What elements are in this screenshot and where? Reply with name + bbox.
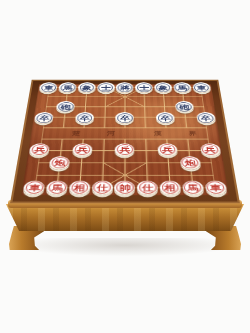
piece-red-車[interactable]: 車	[204, 180, 227, 195]
piece-red-馬[interactable]: 馬	[182, 180, 204, 195]
piece-black-卒[interactable]: 卒	[116, 112, 135, 124]
piece-glyph: 炮	[180, 156, 201, 169]
piece-glyph: 仕	[137, 180, 158, 195]
table-shadow	[14, 238, 236, 256]
piece-red-兵[interactable]: 兵	[72, 143, 92, 156]
piece-glyph: 車	[39, 82, 58, 92]
piece-glyph: 馬	[173, 82, 192, 92]
piece-black-車[interactable]: 車	[192, 82, 211, 92]
piece-black-卒[interactable]: 卒	[75, 112, 94, 124]
piece-glyph: 象	[154, 82, 172, 92]
piece-glyph: 卒	[156, 112, 175, 124]
piece-glyph: 車	[23, 180, 46, 195]
piece-black-卒[interactable]: 卒	[34, 112, 54, 124]
piece-red-仕[interactable]: 仕	[137, 180, 158, 195]
piece-red-帥[interactable]: 帥	[115, 180, 136, 195]
piece-glyph: 兵	[200, 143, 221, 156]
piece-glyph: 相	[159, 180, 181, 195]
piece-red-兵[interactable]: 兵	[157, 143, 177, 156]
piece-black-砲[interactable]: 砲	[175, 101, 194, 112]
piece-glyph: 仕	[92, 180, 113, 195]
piece-glyph: 士	[97, 82, 115, 92]
piece-glyph: 馬	[182, 180, 204, 195]
xiangqi-table-scene: 楚 河 漢 界 車馬象士將士象馬車砲砲卒卒卒卒卒兵兵兵兵兵炮炮車馬相仕帥仕相馬車	[0, 0, 250, 333]
piece-black-將[interactable]: 將	[116, 82, 134, 92]
piece-glyph: 兵	[115, 143, 135, 156]
piece-glyph: 炮	[49, 156, 70, 169]
piece-glyph: 馬	[58, 82, 77, 92]
piece-black-士[interactable]: 士	[135, 82, 153, 92]
piece-glyph: 卒	[196, 112, 216, 124]
piece-glyph: 砲	[175, 101, 194, 112]
xiangqi-board: 楚 河 漢 界 車馬象士將士象馬車砲砲卒卒卒卒卒兵兵兵兵兵炮炮車馬相仕帥仕相馬車	[10, 80, 240, 203]
piece-black-卒[interactable]: 卒	[156, 112, 175, 124]
piece-glyph: 兵	[29, 143, 50, 156]
piece-black-士[interactable]: 士	[97, 82, 115, 92]
piece-glyph: 相	[69, 180, 91, 195]
piece-glyph: 砲	[56, 101, 75, 112]
piece-red-仕[interactable]: 仕	[92, 180, 113, 195]
piece-black-馬[interactable]: 馬	[173, 82, 192, 92]
piece-red-兵[interactable]: 兵	[200, 143, 221, 156]
piece-glyph: 將	[116, 82, 134, 92]
piece-glyph: 士	[135, 82, 153, 92]
piece-glyph: 象	[78, 82, 96, 92]
piece-black-象[interactable]: 象	[154, 82, 172, 92]
piece-glyph: 卒	[116, 112, 135, 124]
piece-glyph: 兵	[72, 143, 92, 156]
piece-layer: 車馬象士將士象馬車砲砲卒卒卒卒卒兵兵兵兵兵炮炮車馬相仕帥仕相馬車	[22, 82, 228, 195]
piece-red-兵[interactable]: 兵	[29, 143, 50, 156]
piece-black-車[interactable]: 車	[39, 82, 58, 92]
piece-red-相[interactable]: 相	[69, 180, 91, 195]
piece-black-馬[interactable]: 馬	[58, 82, 77, 92]
piece-red-馬[interactable]: 馬	[46, 180, 68, 195]
piece-glyph: 卒	[34, 112, 54, 124]
piece-black-砲[interactable]: 砲	[56, 101, 75, 112]
table-apron	[6, 204, 244, 231]
piece-glyph: 卒	[75, 112, 94, 124]
piece-red-兵[interactable]: 兵	[115, 143, 135, 156]
piece-black-象[interactable]: 象	[78, 82, 96, 92]
piece-glyph: 車	[204, 180, 227, 195]
piece-glyph: 帥	[115, 180, 136, 195]
piece-red-車[interactable]: 車	[23, 180, 46, 195]
piece-red-炮[interactable]: 炮	[49, 156, 70, 169]
piece-red-炮[interactable]: 炮	[180, 156, 201, 169]
piece-black-卒[interactable]: 卒	[196, 112, 216, 124]
piece-red-相[interactable]: 相	[159, 180, 181, 195]
piece-glyph: 馬	[46, 180, 68, 195]
piece-glyph: 車	[192, 82, 211, 92]
piece-glyph: 兵	[157, 143, 177, 156]
